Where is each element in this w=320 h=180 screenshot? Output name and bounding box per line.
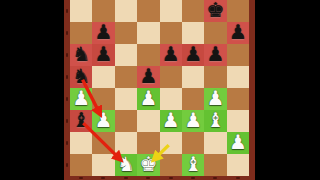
square-b1[interactable] [92, 154, 114, 176]
square-a2[interactable] [70, 132, 92, 154]
chess-thumbnail: ♚♟♟♞♟♟♟♟♞♟♟♟♟♝♟♟♟♝♟♞♚♝ [0, 0, 320, 180]
square-f4[interactable] [182, 88, 204, 110]
white-pawn[interactable]: ♟ [229, 132, 247, 152]
file-coordinate-mark [79, 177, 83, 179]
black-pawn[interactable]: ♟ [184, 44, 202, 64]
square-a4[interactable]: ♟ [70, 88, 92, 110]
square-e6[interactable]: ♟ [160, 44, 182, 66]
white-pawn[interactable]: ♟ [72, 88, 90, 108]
square-f7[interactable] [182, 22, 204, 44]
white-king[interactable]: ♚ [139, 154, 157, 174]
square-f5[interactable] [182, 66, 204, 88]
square-c6[interactable] [115, 44, 137, 66]
square-a1[interactable] [70, 154, 92, 176]
rank-coordinate-mark [66, 141, 68, 145]
square-a3[interactable]: ♝ [70, 110, 92, 132]
board-frame-bottom [64, 176, 255, 180]
black-knight[interactable]: ♞ [72, 66, 90, 86]
rank-coordinate-mark [66, 75, 68, 79]
square-e8[interactable] [160, 0, 182, 22]
board-frame-right [249, 0, 255, 180]
square-b5[interactable] [92, 66, 114, 88]
black-bishop[interactable]: ♝ [72, 110, 90, 130]
square-h1[interactable] [227, 154, 249, 176]
square-g2[interactable] [204, 132, 226, 154]
square-a7[interactable] [70, 22, 92, 44]
square-h7[interactable]: ♟ [227, 22, 249, 44]
square-d8[interactable] [137, 0, 159, 22]
square-f8[interactable] [182, 0, 204, 22]
square-h2[interactable]: ♟ [227, 132, 249, 154]
square-h8[interactable] [227, 0, 249, 22]
white-pawn[interactable]: ♟ [184, 110, 202, 130]
rank-coordinate-mark [66, 97, 68, 101]
square-h6[interactable] [227, 44, 249, 66]
square-g5[interactable] [204, 66, 226, 88]
square-a6[interactable]: ♞ [70, 44, 92, 66]
rank-coordinate-mark [66, 53, 68, 57]
square-f3[interactable]: ♟ [182, 110, 204, 132]
white-pawn[interactable]: ♟ [162, 110, 180, 130]
square-b6[interactable]: ♟ [92, 44, 114, 66]
square-b4[interactable] [92, 88, 114, 110]
file-coordinate-mark [124, 177, 128, 179]
square-c2[interactable] [115, 132, 137, 154]
black-pawn[interactable]: ♟ [139, 66, 157, 86]
chess-board: ♚♟♟♞♟♟♟♟♞♟♟♟♟♝♟♟♟♝♟♞♚♝ [70, 0, 249, 176]
square-a5[interactable]: ♞ [70, 66, 92, 88]
rank-coordinate-mark [66, 31, 68, 35]
square-g3[interactable]: ♝ [204, 110, 226, 132]
square-e5[interactable] [160, 66, 182, 88]
black-pawn[interactable]: ♟ [95, 22, 113, 42]
square-e2[interactable] [160, 132, 182, 154]
square-h4[interactable] [227, 88, 249, 110]
square-e4[interactable] [160, 88, 182, 110]
black-pawn[interactable]: ♟ [207, 44, 225, 64]
square-c3[interactable] [115, 110, 137, 132]
rank-coordinate-mark [66, 9, 68, 13]
left-black-bar [0, 0, 64, 180]
square-d2[interactable] [137, 132, 159, 154]
square-g6[interactable]: ♟ [204, 44, 226, 66]
square-b8[interactable] [92, 0, 114, 22]
square-d1[interactable]: ♚ [137, 154, 159, 176]
white-knight[interactable]: ♞ [117, 154, 135, 174]
square-f1[interactable]: ♝ [182, 154, 204, 176]
square-b2[interactable] [92, 132, 114, 154]
square-c4[interactable] [115, 88, 137, 110]
square-d4[interactable]: ♟ [137, 88, 159, 110]
square-e1[interactable] [160, 154, 182, 176]
black-knight[interactable]: ♞ [72, 44, 90, 64]
white-bishop[interactable]: ♝ [184, 154, 202, 174]
white-pawn[interactable]: ♟ [95, 110, 113, 130]
black-pawn[interactable]: ♟ [162, 44, 180, 64]
file-coordinate-mark [169, 177, 173, 179]
square-d7[interactable] [137, 22, 159, 44]
square-g7[interactable] [204, 22, 226, 44]
square-e7[interactable] [160, 22, 182, 44]
black-pawn[interactable]: ♟ [95, 44, 113, 64]
square-d5[interactable]: ♟ [137, 66, 159, 88]
square-f6[interactable]: ♟ [182, 44, 204, 66]
square-b3[interactable]: ♟ [92, 110, 114, 132]
square-c7[interactable] [115, 22, 137, 44]
square-g4[interactable]: ♟ [204, 88, 226, 110]
square-h5[interactable] [227, 66, 249, 88]
square-g1[interactable] [204, 154, 226, 176]
file-coordinate-mark [236, 177, 240, 179]
black-king[interactable]: ♚ [207, 0, 225, 20]
rank-coordinate-mark [66, 163, 68, 167]
square-h3[interactable] [227, 110, 249, 132]
square-a8[interactable] [70, 0, 92, 22]
file-coordinate-mark [191, 177, 195, 179]
white-bishop[interactable]: ♝ [207, 110, 225, 130]
square-c1[interactable]: ♞ [115, 154, 137, 176]
white-pawn[interactable]: ♟ [139, 88, 157, 108]
file-coordinate-mark [146, 177, 150, 179]
square-b7[interactable]: ♟ [92, 22, 114, 44]
square-g8[interactable]: ♚ [204, 0, 226, 22]
square-f2[interactable] [182, 132, 204, 154]
square-c8[interactable] [115, 0, 137, 22]
rank-coordinate-mark [66, 119, 68, 123]
white-pawn[interactable]: ♟ [207, 88, 225, 108]
square-d6[interactable] [137, 44, 159, 66]
square-c5[interactable] [115, 66, 137, 88]
right-black-bar [255, 0, 320, 180]
square-e3[interactable]: ♟ [160, 110, 182, 132]
square-d3[interactable] [137, 110, 159, 132]
black-pawn[interactable]: ♟ [229, 22, 247, 42]
